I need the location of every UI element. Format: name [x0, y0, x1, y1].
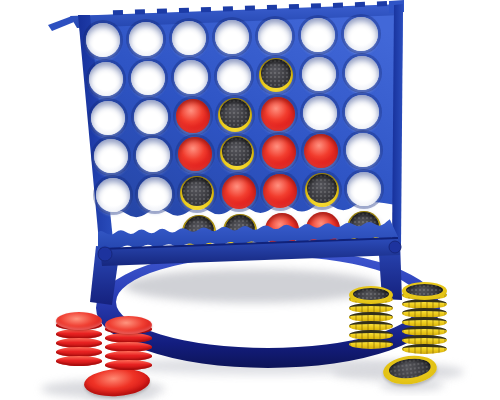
loose-red-checker[interactable] [83, 367, 151, 399]
yellow-checker-edge [402, 344, 447, 354]
red-stack-top-face [56, 312, 102, 330]
yellow-stack-dark-face [353, 288, 389, 300]
yellow-stack-top-face [349, 286, 393, 304]
loose-yellow-checker[interactable] [381, 353, 438, 387]
yellow-stack-top-face [402, 282, 447, 300]
red-checker-edge [56, 356, 102, 366]
yellow-stack-edges [402, 291, 447, 354]
yellow-stack-dark-face [406, 284, 443, 296]
yellow-checker-dark-face [388, 357, 432, 381]
red-checker-edge [105, 360, 152, 370]
connect-four-product-photo [0, 0, 500, 400]
red-stack-top-face [105, 316, 152, 334]
yellow-checker-edge [349, 339, 393, 349]
checker-trays [0, 0, 500, 400]
